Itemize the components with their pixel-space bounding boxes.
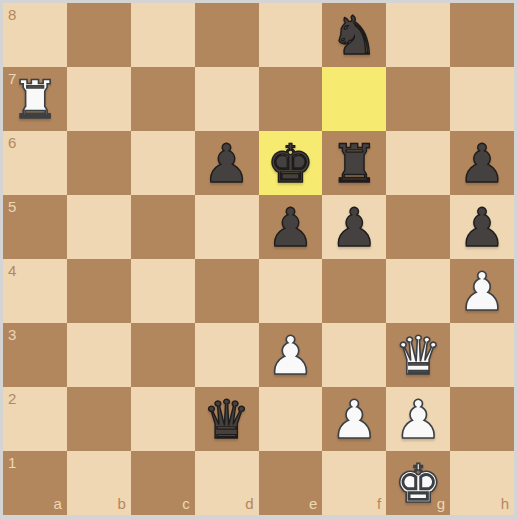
- square-f8[interactable]: ♞: [322, 3, 386, 67]
- square-h7[interactable]: [450, 67, 514, 131]
- square-a6[interactable]: 6: [3, 131, 67, 195]
- square-b3[interactable]: [67, 323, 131, 387]
- square-c5[interactable]: [131, 195, 195, 259]
- black-king[interactable]: ♚: [267, 137, 315, 190]
- rank-label-1: 1: [8, 455, 16, 470]
- file-label-h: h: [501, 496, 509, 511]
- square-c1[interactable]: c: [131, 451, 195, 515]
- square-e8[interactable]: [259, 3, 323, 67]
- white-queen[interactable]: ♛: [394, 329, 442, 382]
- board-frame: 8♞7♜6♟♚♜♟5♟♟♟4♟3♟♛2♛♟♟1abcdefg♚h: [0, 0, 518, 520]
- square-c7[interactable]: [131, 67, 195, 131]
- square-e5[interactable]: ♟: [259, 195, 323, 259]
- square-e6[interactable]: ♚: [259, 131, 323, 195]
- square-d8[interactable]: [195, 3, 259, 67]
- rank-label-5: 5: [8, 199, 16, 214]
- rank-label-3: 3: [8, 327, 16, 342]
- square-f2[interactable]: ♟: [322, 387, 386, 451]
- square-c6[interactable]: [131, 131, 195, 195]
- square-c2[interactable]: [131, 387, 195, 451]
- square-g7[interactable]: [386, 67, 450, 131]
- square-d7[interactable]: [195, 67, 259, 131]
- square-b5[interactable]: [67, 195, 131, 259]
- square-d4[interactable]: [195, 259, 259, 323]
- black-pawn[interactable]: ♟: [458, 137, 506, 190]
- square-a2[interactable]: 2: [3, 387, 67, 451]
- square-d1[interactable]: d: [195, 451, 259, 515]
- white-pawn[interactable]: ♟: [267, 329, 315, 382]
- square-h6[interactable]: ♟: [450, 131, 514, 195]
- rank-label-6: 6: [8, 135, 16, 150]
- square-h3[interactable]: [450, 323, 514, 387]
- square-b1[interactable]: b: [67, 451, 131, 515]
- square-g8[interactable]: [386, 3, 450, 67]
- square-g1[interactable]: g♚: [386, 451, 450, 515]
- square-a5[interactable]: 5: [3, 195, 67, 259]
- square-h8[interactable]: [450, 3, 514, 67]
- square-f1[interactable]: f: [322, 451, 386, 515]
- square-a8[interactable]: 8: [3, 3, 67, 67]
- square-c4[interactable]: [131, 259, 195, 323]
- square-e2[interactable]: [259, 387, 323, 451]
- square-g5[interactable]: [386, 195, 450, 259]
- square-b4[interactable]: [67, 259, 131, 323]
- file-label-e: e: [309, 496, 317, 511]
- file-label-f: f: [377, 496, 381, 511]
- file-label-d: d: [245, 496, 253, 511]
- square-e3[interactable]: ♟: [259, 323, 323, 387]
- white-pawn[interactable]: ♟: [458, 265, 506, 318]
- rank-label-2: 2: [8, 391, 16, 406]
- square-d5[interactable]: [195, 195, 259, 259]
- rank-label-8: 8: [8, 7, 16, 22]
- square-f4[interactable]: [322, 259, 386, 323]
- file-label-b: b: [117, 496, 125, 511]
- square-h4[interactable]: ♟: [450, 259, 514, 323]
- square-g3[interactable]: ♛: [386, 323, 450, 387]
- square-g4[interactable]: [386, 259, 450, 323]
- square-e7[interactable]: [259, 67, 323, 131]
- square-e4[interactable]: [259, 259, 323, 323]
- square-b8[interactable]: [67, 3, 131, 67]
- square-b2[interactable]: [67, 387, 131, 451]
- white-king[interactable]: ♚: [394, 457, 442, 510]
- square-a1[interactable]: 1a: [3, 451, 67, 515]
- black-pawn[interactable]: ♟: [331, 201, 379, 254]
- square-b7[interactable]: [67, 67, 131, 131]
- chess-board: 8♞7♜6♟♚♜♟5♟♟♟4♟3♟♛2♛♟♟1abcdefg♚h: [3, 3, 514, 515]
- black-pawn[interactable]: ♟: [458, 201, 506, 254]
- square-h2[interactable]: [450, 387, 514, 451]
- square-h1[interactable]: h: [450, 451, 514, 515]
- square-a7[interactable]: 7♜: [3, 67, 67, 131]
- black-pawn[interactable]: ♟: [203, 137, 251, 190]
- black-pawn[interactable]: ♟: [267, 201, 315, 254]
- square-f3[interactable]: [322, 323, 386, 387]
- square-g2[interactable]: ♟: [386, 387, 450, 451]
- square-c3[interactable]: [131, 323, 195, 387]
- square-a3[interactable]: 3: [3, 323, 67, 387]
- square-d3[interactable]: [195, 323, 259, 387]
- square-h5[interactable]: ♟: [450, 195, 514, 259]
- square-f6[interactable]: ♜: [322, 131, 386, 195]
- white-pawn[interactable]: ♟: [331, 393, 379, 446]
- black-knight[interactable]: ♞: [331, 9, 379, 62]
- white-pawn[interactable]: ♟: [394, 393, 442, 446]
- square-f7[interactable]: [322, 67, 386, 131]
- black-rook[interactable]: ♜: [331, 137, 379, 190]
- white-rook[interactable]: ♜: [11, 73, 59, 126]
- file-label-c: c: [182, 496, 190, 511]
- black-queen[interactable]: ♛: [203, 393, 251, 446]
- square-a4[interactable]: 4: [3, 259, 67, 323]
- square-b6[interactable]: [67, 131, 131, 195]
- square-c8[interactable]: [131, 3, 195, 67]
- square-g6[interactable]: [386, 131, 450, 195]
- rank-label-4: 4: [8, 263, 16, 278]
- square-f5[interactable]: ♟: [322, 195, 386, 259]
- file-label-a: a: [54, 496, 62, 511]
- square-d6[interactable]: ♟: [195, 131, 259, 195]
- square-e1[interactable]: e: [259, 451, 323, 515]
- square-d2[interactable]: ♛: [195, 387, 259, 451]
